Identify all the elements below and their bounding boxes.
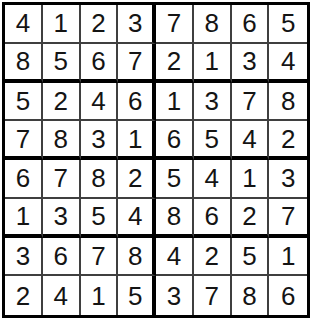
cell-r4c4[interactable]: 1 bbox=[118, 121, 156, 160]
cell-r1c6[interactable]: 8 bbox=[194, 5, 232, 44]
cell-r3c7[interactable]: 7 bbox=[232, 83, 270, 122]
cell-r2c5[interactable]: 2 bbox=[156, 44, 194, 83]
cell-r5c2[interactable]: 7 bbox=[43, 160, 81, 199]
cell-r8c7[interactable]: 8 bbox=[232, 276, 270, 315]
cell-r2c6[interactable]: 1 bbox=[194, 44, 232, 83]
cell-r7c4[interactable]: 8 bbox=[118, 238, 156, 277]
cell-r5c7[interactable]: 1 bbox=[232, 160, 270, 199]
cell-r2c4[interactable]: 7 bbox=[118, 44, 156, 83]
cell-r3c6[interactable]: 3 bbox=[194, 83, 232, 122]
cell-r5c4[interactable]: 2 bbox=[118, 160, 156, 199]
cell-r4c1[interactable]: 7 bbox=[5, 121, 43, 160]
cell-r1c7[interactable]: 6 bbox=[232, 5, 270, 44]
cell-r8c5[interactable]: 3 bbox=[156, 276, 194, 315]
cell-r3c2[interactable]: 2 bbox=[43, 83, 81, 122]
cell-r1c2[interactable]: 1 bbox=[43, 5, 81, 44]
cell-r6c3[interactable]: 5 bbox=[81, 199, 119, 238]
sudoku-board: 4123786585672134524613787831654267825413… bbox=[5, 5, 307, 315]
cell-r6c7[interactable]: 2 bbox=[232, 199, 270, 238]
cell-r8c4[interactable]: 5 bbox=[118, 276, 156, 315]
cell-r2c1[interactable]: 8 bbox=[5, 44, 43, 83]
cell-r7c1[interactable]: 3 bbox=[5, 238, 43, 277]
cell-r7c8[interactable]: 1 bbox=[269, 238, 307, 277]
screenshot-root: 4123786585672134524613787831654267825413… bbox=[0, 0, 312, 320]
cell-r5c5[interactable]: 5 bbox=[156, 160, 194, 199]
sudoku-board-frame: 4123786585672134524613787831654267825413… bbox=[2, 2, 310, 318]
cell-r6c8[interactable]: 7 bbox=[269, 199, 307, 238]
cell-r7c7[interactable]: 5 bbox=[232, 238, 270, 277]
cell-r8c8[interactable]: 6 bbox=[269, 276, 307, 315]
cell-r3c5[interactable]: 1 bbox=[156, 83, 194, 122]
cell-r2c7[interactable]: 3 bbox=[232, 44, 270, 83]
cell-r6c5[interactable]: 8 bbox=[156, 199, 194, 238]
cell-r5c6[interactable]: 4 bbox=[194, 160, 232, 199]
cell-r4c6[interactable]: 5 bbox=[194, 121, 232, 160]
cell-r3c4[interactable]: 6 bbox=[118, 83, 156, 122]
cell-r4c7[interactable]: 4 bbox=[232, 121, 270, 160]
cell-r1c5[interactable]: 7 bbox=[156, 5, 194, 44]
cell-r6c2[interactable]: 3 bbox=[43, 199, 81, 238]
cell-r5c1[interactable]: 6 bbox=[5, 160, 43, 199]
cell-r7c5[interactable]: 4 bbox=[156, 238, 194, 277]
cell-r6c4[interactable]: 4 bbox=[118, 199, 156, 238]
cell-r3c1[interactable]: 5 bbox=[5, 83, 43, 122]
cell-r4c2[interactable]: 8 bbox=[43, 121, 81, 160]
cell-r7c3[interactable]: 7 bbox=[81, 238, 119, 277]
cell-r1c3[interactable]: 2 bbox=[81, 5, 119, 44]
cell-r2c3[interactable]: 6 bbox=[81, 44, 119, 83]
cell-r2c8[interactable]: 4 bbox=[269, 44, 307, 83]
cell-r6c1[interactable]: 1 bbox=[5, 199, 43, 238]
cell-r4c3[interactable]: 3 bbox=[81, 121, 119, 160]
cell-r8c3[interactable]: 1 bbox=[81, 276, 119, 315]
cell-r5c8[interactable]: 3 bbox=[269, 160, 307, 199]
cell-r5c3[interactable]: 8 bbox=[81, 160, 119, 199]
cell-r1c1[interactable]: 4 bbox=[5, 5, 43, 44]
cell-r4c8[interactable]: 2 bbox=[269, 121, 307, 160]
cell-r4c5[interactable]: 6 bbox=[156, 121, 194, 160]
cell-r8c6[interactable]: 7 bbox=[194, 276, 232, 315]
cell-r3c8[interactable]: 8 bbox=[269, 83, 307, 122]
cell-r6c6[interactable]: 6 bbox=[194, 199, 232, 238]
cell-r7c2[interactable]: 6 bbox=[43, 238, 81, 277]
cell-r8c1[interactable]: 2 bbox=[5, 276, 43, 315]
cell-r7c6[interactable]: 2 bbox=[194, 238, 232, 277]
cell-r8c2[interactable]: 4 bbox=[43, 276, 81, 315]
cell-r2c2[interactable]: 5 bbox=[43, 44, 81, 83]
cell-r1c8[interactable]: 5 bbox=[269, 5, 307, 44]
cell-r1c4[interactable]: 3 bbox=[118, 5, 156, 44]
cell-r3c3[interactable]: 4 bbox=[81, 83, 119, 122]
